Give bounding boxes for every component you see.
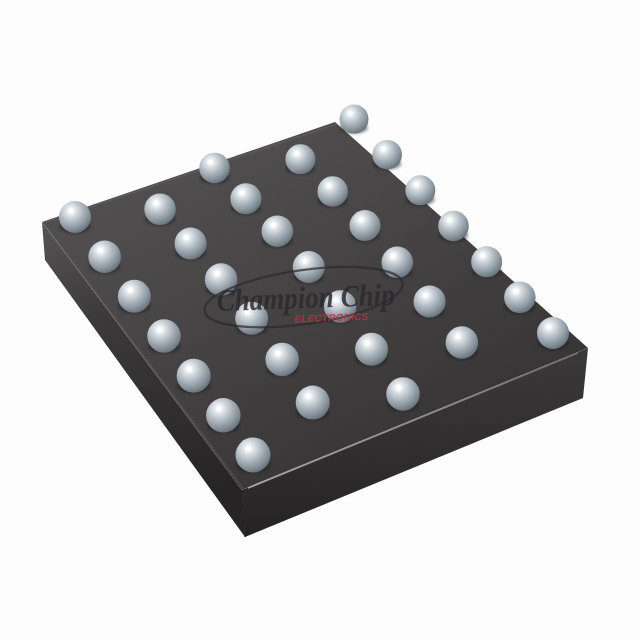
solder-ball [317,176,348,207]
solder-ball [382,247,414,279]
ball-specular-highlight [513,289,518,294]
ball-specular-highlight [326,183,331,188]
solder-ball [414,286,446,318]
ball-specular-highlight [348,111,353,116]
ball-specular-highlight [364,340,370,346]
ball-specular-highlight [358,217,363,222]
ball-specular-highlight [546,324,551,329]
solder-ball [372,140,402,170]
solder-ball [262,215,294,247]
ball-specular-highlight [157,327,163,333]
solder-ball [230,183,261,214]
ball-specular-highlight [305,393,311,399]
ball-specular-highlight [423,293,428,298]
ball-specular-highlight [414,182,419,187]
ball-specular-highlight [239,190,244,195]
solder-ball [340,105,369,134]
ball-specular-highlight [184,235,189,240]
ball-specular-highlight [186,366,192,372]
solder-ball [537,317,569,349]
solder-ball [438,211,469,242]
ball-specular-highlight [381,147,386,152]
solder-ball [199,153,230,184]
bga-chip-product-photo: Champion Chip ELECTRONICS [0,0,640,640]
solder-ball [175,228,207,260]
ball-specular-highlight [396,385,402,391]
ball-specular-highlight [271,223,276,228]
solder-ball [88,240,121,273]
ball-specular-highlight [447,218,452,223]
solder-ball [405,175,435,205]
ball-specular-highlight [480,253,485,258]
ball-specular-highlight [302,258,307,263]
ball-specular-highlight [208,160,213,165]
solder-ball [355,333,388,366]
solder-ball [59,201,91,233]
solder-ball [147,319,181,353]
ball-specular-highlight [390,254,395,259]
ball-specular-highlight [294,151,299,156]
solder-ball [285,144,315,174]
bga-chip-render: Champion Chip ELECTRONICS [0,0,640,640]
solder-ball [206,398,241,433]
ball-specular-highlight [214,271,220,277]
solder-ball [296,386,330,420]
solder-ball [386,377,420,411]
ball-specular-highlight [455,334,461,340]
solder-ball [471,246,502,277]
solder-ball [349,210,380,241]
solder-ball [446,326,479,359]
ball-specular-highlight [68,208,73,213]
solder-ball [144,194,176,226]
solder-ball [504,282,536,314]
solder-ball [118,280,151,313]
ball-specular-highlight [245,445,251,451]
ball-specular-highlight [153,201,158,206]
ball-specular-highlight [98,248,104,254]
ball-specular-highlight [127,287,133,293]
ball-specular-highlight [216,406,222,412]
solder-ball [265,343,299,377]
ball-specular-highlight [275,350,281,356]
solder-ball [177,359,211,393]
solder-ball [236,438,271,473]
watermark-title: Champion Chip [216,277,395,318]
